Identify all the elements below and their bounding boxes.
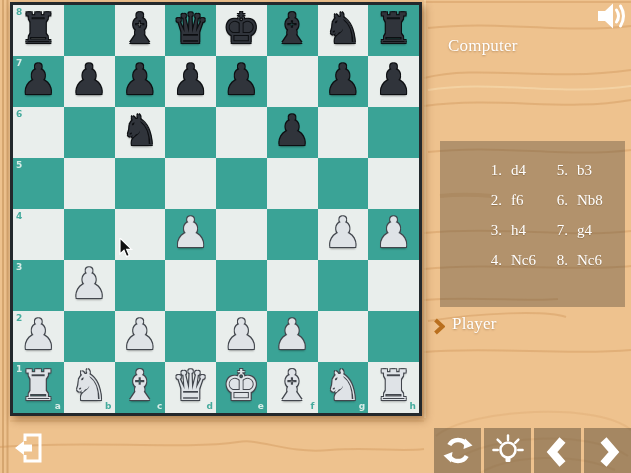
move-entry: 2.f6 [484,192,550,222]
square-g7[interactable]: ♟ [318,56,369,107]
square-f4[interactable] [267,209,318,260]
square-a2[interactable]: 2♟ [13,311,64,362]
square-b3[interactable]: ♟ [64,260,115,311]
file-label: f [311,402,315,411]
sound-button[interactable] [594,0,630,32]
speaker-icon [595,0,629,32]
square-c5[interactable] [115,158,166,209]
square-e2[interactable]: ♟ [216,311,267,362]
square-e5[interactable] [216,158,267,209]
rank-label: 4 [16,212,22,221]
move-number: 7. [550,222,568,239]
square-b8[interactable] [64,5,115,56]
white-pawn[interactable]: ♟ [375,210,413,256]
move-san: h4 [511,222,526,239]
rank-label: 3 [16,263,22,272]
square-a8[interactable]: 8♜ [13,5,64,56]
move-entry: 8.Nc6 [550,252,625,282]
white-pawn[interactable]: ♟ [223,312,261,358]
square-a1[interactable]: 1a♜ [13,362,64,413]
player-name-label[interactable]: Player [452,314,497,334]
black-knight[interactable]: ♞ [121,108,159,154]
square-c3[interactable] [115,260,166,311]
file-label: c [157,402,162,411]
square-f3[interactable] [267,260,318,311]
white-queen[interactable]: ♛ [172,363,210,409]
square-d5[interactable] [165,158,216,209]
black-pawn[interactable]: ♟ [70,57,108,103]
rank-label: 6 [16,110,22,119]
move-list-panel: 1.d4 2.f6 3.h4 4.Nc6 5.b3 6.Nb8 7.g4 8.N… [440,141,625,307]
square-d6[interactable] [165,107,216,158]
black-rook[interactable]: ♜ [375,6,413,52]
exit-icon [11,430,45,466]
move-entry: 5.b3 [550,162,625,192]
white-pawn[interactable]: ♟ [172,210,210,256]
square-g8[interactable]: ♞ [318,5,369,56]
square-f5[interactable] [267,158,318,209]
square-g5[interactable] [318,158,369,209]
chevron-right-icon [433,318,445,335]
square-b6[interactable] [64,107,115,158]
white-knight[interactable]: ♞ [324,363,362,409]
file-label: g [359,402,365,411]
prev-move-button[interactable] [534,428,581,473]
black-pawn[interactable]: ♟ [20,57,58,103]
move-san: Nc6 [511,252,536,269]
white-pawn[interactable]: ♟ [273,312,311,358]
square-h4[interactable]: ♟ [368,209,419,260]
square-a6[interactable]: 6 [13,107,64,158]
white-pawn[interactable]: ♟ [20,312,58,358]
rank-label: 5 [16,161,22,170]
move-number: 4. [484,252,502,269]
white-rook[interactable]: ♜ [20,363,58,409]
move-entry: 7.g4 [550,222,625,252]
white-pawn[interactable]: ♟ [121,312,159,358]
file-label: a [55,402,61,411]
square-g4[interactable]: ♟ [318,209,369,260]
square-h3[interactable] [368,260,419,311]
square-e3[interactable] [216,260,267,311]
square-h6[interactable] [368,107,419,158]
black-pawn[interactable]: ♟ [223,57,261,103]
square-e1[interactable]: e♚ [216,362,267,413]
move-san: Nc6 [577,252,602,269]
move-entry: 6.Nb8 [550,192,625,222]
black-pawn[interactable]: ♟ [273,108,311,154]
square-a4[interactable]: 4 [13,209,64,260]
square-h5[interactable] [368,158,419,209]
square-c2[interactable]: ♟ [115,311,166,362]
black-pawn[interactable]: ♟ [375,57,413,103]
square-g1[interactable]: g♞ [318,362,369,413]
black-rook[interactable]: ♜ [20,6,58,52]
white-pawn[interactable]: ♟ [70,261,108,307]
black-knight[interactable]: ♞ [324,6,362,52]
square-f7[interactable] [267,56,318,107]
move-entry: 1.d4 [484,162,550,192]
square-g3[interactable] [318,260,369,311]
black-pawn[interactable]: ♟ [324,57,362,103]
chevron-left-icon [535,429,581,473]
file-label: b [105,402,111,411]
square-d1[interactable]: d♛ [165,362,216,413]
rank-label: 7 [16,59,22,68]
chess-board[interactable]: 8♜♝♛♚♝♞♜7♟♟♟♟♟♟♟6♞♟54♟♟♟3♟2♟♟♟♟1a♜b♞c♝d♛… [10,2,422,416]
square-d3[interactable] [165,260,216,311]
square-h1[interactable]: h♜ [368,362,419,413]
square-e6[interactable] [216,107,267,158]
move-number: 8. [550,252,568,269]
white-bishop[interactable]: ♝ [273,363,311,409]
square-d4[interactable]: ♟ [165,209,216,260]
square-b2[interactable] [64,311,115,362]
square-c1[interactable]: c♝ [115,362,166,413]
black-king[interactable]: ♚ [223,6,261,52]
move-san: f6 [511,192,524,209]
move-san: d4 [511,162,526,179]
square-e8[interactable]: ♚ [216,5,267,56]
square-b5[interactable] [64,158,115,209]
chevron-right-icon [585,429,631,473]
square-a5[interactable]: 5 [13,158,64,209]
move-san: g4 [577,222,592,239]
black-pawn[interactable]: ♟ [121,57,159,103]
square-d2[interactable] [165,311,216,362]
computer-name-label: Computer [448,36,518,56]
rank-label: 1 [16,365,22,374]
move-number: 6. [550,192,568,209]
square-b1[interactable]: b♞ [64,362,115,413]
square-b7[interactable]: ♟ [64,56,115,107]
black-pawn[interactable]: ♟ [172,57,210,103]
square-f1[interactable]: f♝ [267,362,318,413]
rank-label: 2 [16,314,22,323]
refresh-icon [435,429,481,473]
move-entry: 3.h4 [484,222,550,252]
white-rook[interactable]: ♜ [375,363,413,409]
square-c8[interactable]: ♝ [115,5,166,56]
white-knight[interactable]: ♞ [70,363,108,409]
square-h7[interactable]: ♟ [368,56,419,107]
square-g6[interactable] [318,107,369,158]
black-bishop[interactable]: ♝ [121,6,159,52]
white-bishop[interactable]: ♝ [121,363,159,409]
square-c4[interactable] [115,209,166,260]
move-number: 5. [550,162,568,179]
lightbulb-icon [485,429,531,473]
square-g2[interactable] [318,311,369,362]
square-f2[interactable]: ♟ [267,311,318,362]
white-king[interactable]: ♚ [223,363,261,409]
move-san: b3 [577,162,592,179]
exit-button[interactable] [11,430,45,466]
file-label: e [258,402,264,411]
square-d7[interactable]: ♟ [165,56,216,107]
black-bishop[interactable]: ♝ [273,6,311,52]
move-entry: 4.Nc6 [484,252,550,282]
square-f6[interactable]: ♟ [267,107,318,158]
next-move-button[interactable] [584,428,631,473]
square-c6[interactable]: ♞ [115,107,166,158]
black-queen[interactable]: ♛ [172,6,210,52]
hint-button[interactable] [484,428,531,473]
move-number: 3. [484,222,502,239]
file-label: d [207,402,213,411]
rank-label: 8 [16,8,22,17]
move-list: 1.d4 2.f6 3.h4 4.Nc6 5.b3 6.Nb8 7.g4 8.N… [440,141,625,282]
square-h8[interactable]: ♜ [368,5,419,56]
move-number: 1. [484,162,502,179]
restart-button[interactable] [434,428,481,473]
square-f8[interactable]: ♝ [267,5,318,56]
square-e7[interactable]: ♟ [216,56,267,107]
square-a3[interactable]: 3 [13,260,64,311]
square-a7[interactable]: 7♟ [13,56,64,107]
file-label: h [410,402,416,411]
move-number: 2. [484,192,502,209]
white-pawn[interactable]: ♟ [324,210,362,256]
square-e4[interactable] [216,209,267,260]
move-san: Nb8 [577,192,603,209]
square-b4[interactable] [64,209,115,260]
square-c7[interactable]: ♟ [115,56,166,107]
square-d8[interactable]: ♛ [165,5,216,56]
square-h2[interactable] [368,311,419,362]
